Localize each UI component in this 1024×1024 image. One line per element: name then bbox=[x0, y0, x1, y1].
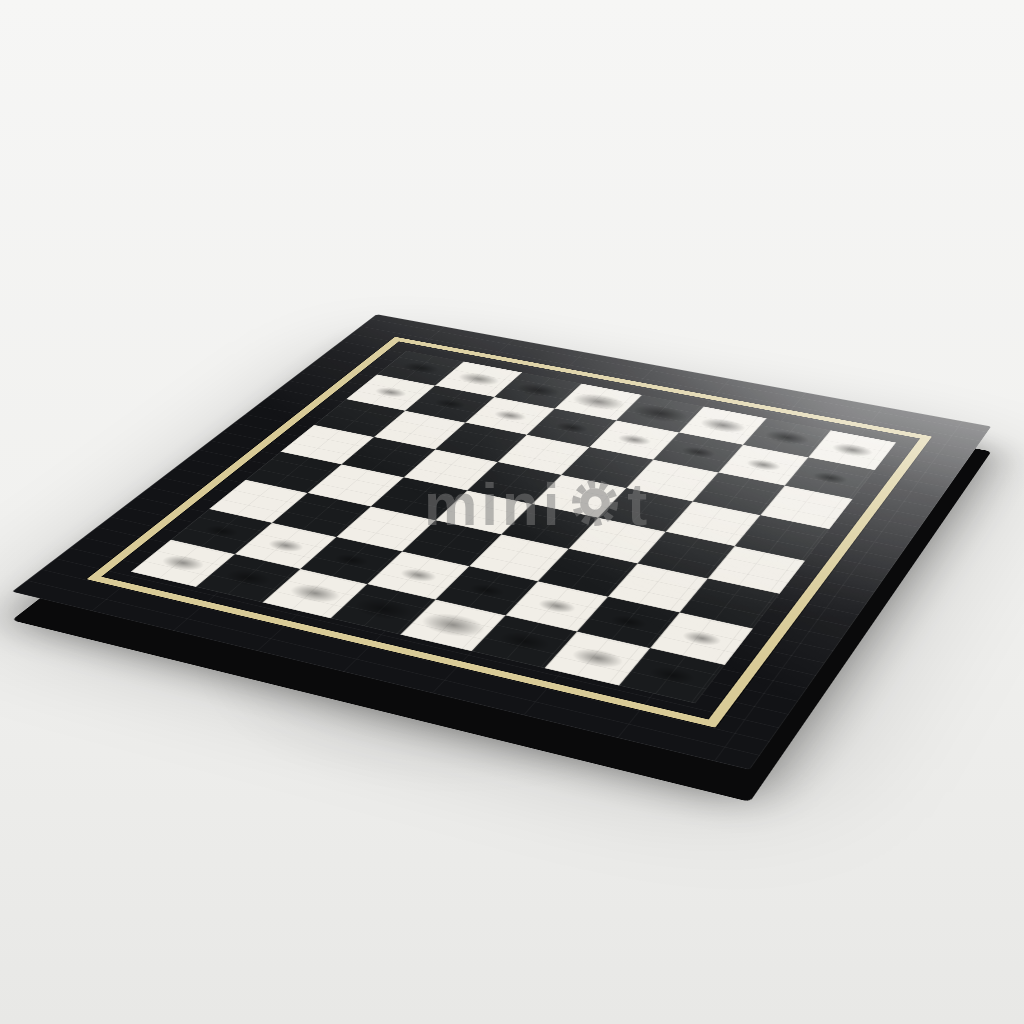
scene: ♜♞♝♛♚♝♞♜♟♟♟♟♟♟♟♟♟♟♟♟♟♟♟♟♜♞♝♛♚♝♞♜ mini t bbox=[0, 0, 1024, 1024]
piece-glyph: ♜ bbox=[618, 562, 727, 684]
